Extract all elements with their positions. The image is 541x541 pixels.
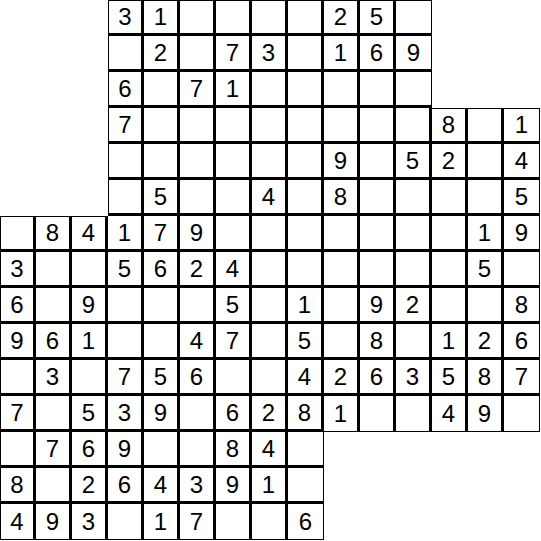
sudoku-cell-empty[interactable] xyxy=(252,72,288,108)
sudoku-cell-given: 1 xyxy=(504,108,540,144)
sudoku-cell-empty[interactable] xyxy=(432,216,468,252)
sudoku-cell-given: 5 xyxy=(468,252,504,288)
sudoku-cell-given: 9 xyxy=(360,288,396,324)
sudoku-cell-empty[interactable] xyxy=(396,324,432,360)
sudoku-cell-empty[interactable] xyxy=(252,504,288,540)
sudoku-cell-empty[interactable] xyxy=(180,180,216,216)
sudoku-cell-empty[interactable] xyxy=(360,108,396,144)
sudoku-cell-given: 9 xyxy=(180,216,216,252)
sudoku-cell-given: 6 xyxy=(72,432,108,468)
sudoku-cell-given: 6 xyxy=(504,324,540,360)
sudoku-cell-given: 9 xyxy=(36,504,72,540)
sudoku-cell-empty[interactable] xyxy=(396,180,432,216)
sudoku-cell-given: 2 xyxy=(324,360,360,396)
sudoku-cell-empty[interactable] xyxy=(216,216,252,252)
sudoku-cell-given: 1 xyxy=(324,36,360,72)
page: 3125273169671781952454858417919356245695… xyxy=(0,0,541,541)
sudoku-cell-given: 1 xyxy=(468,216,504,252)
sudoku-cell-empty[interactable] xyxy=(360,72,396,108)
sudoku-cell-given: 2 xyxy=(252,396,288,432)
sudoku-cell-given: 4 xyxy=(144,468,180,504)
sudoku-cell-given: 4 xyxy=(0,504,36,540)
sudoku-cell-empty[interactable] xyxy=(360,180,396,216)
sudoku-cell-empty[interactable] xyxy=(324,108,360,144)
sudoku-cell-empty[interactable] xyxy=(180,36,216,72)
sudoku-cell-given: 6 xyxy=(108,72,144,108)
sudoku-cell-given: 8 xyxy=(360,324,396,360)
sudoku-cell-given: 1 xyxy=(144,0,180,36)
sudoku-cell-given: 3 xyxy=(72,504,108,540)
sudoku-cell-given: 2 xyxy=(396,288,432,324)
sudoku-cell-given: 1 xyxy=(72,324,108,360)
sudoku-cell-given: 1 xyxy=(432,324,468,360)
sudoku-cell-empty[interactable] xyxy=(72,252,108,288)
sudoku-cell-given: 2 xyxy=(72,468,108,504)
sudoku-cell-given: 9 xyxy=(216,468,252,504)
sudoku-cell-empty[interactable] xyxy=(252,0,288,36)
sudoku-cell-empty[interactable] xyxy=(108,36,144,72)
sudoku-cell-given: 3 xyxy=(252,36,288,72)
sudoku-cell-given: 1 xyxy=(108,216,144,252)
sudoku-cell-given: 7 xyxy=(108,360,144,396)
sudoku-cell-empty[interactable] xyxy=(108,324,144,360)
sudoku-cell-empty[interactable] xyxy=(36,468,72,504)
sudoku-cell-given: 6 xyxy=(36,324,72,360)
sudoku-cell-given: 8 xyxy=(468,360,504,396)
sudoku-cell-given: 6 xyxy=(360,36,396,72)
sudoku-cell-empty[interactable] xyxy=(360,252,396,288)
sudoku-cell-given: 5 xyxy=(144,360,180,396)
sudoku-cell-given: 7 xyxy=(108,108,144,144)
sudoku-cell-empty[interactable] xyxy=(180,144,216,180)
sudoku-cell-given: 6 xyxy=(216,396,252,432)
sudoku-cell-empty[interactable] xyxy=(108,180,144,216)
sudoku-cell-given: 1 xyxy=(144,504,180,540)
sudoku-cell-empty[interactable] xyxy=(324,324,360,360)
sudoku-cell-given: 8 xyxy=(216,432,252,468)
sudoku-cell-given: 5 xyxy=(396,144,432,180)
sudoku-cell-empty[interactable] xyxy=(108,144,144,180)
sudoku-cell-given: 8 xyxy=(0,468,36,504)
sudoku-cell-empty[interactable] xyxy=(252,216,288,252)
sudoku-cell-empty[interactable] xyxy=(36,288,72,324)
sudoku-cell-empty[interactable] xyxy=(396,0,432,36)
sudoku-cell-empty[interactable] xyxy=(360,396,396,432)
sudoku-cell-given: 4 xyxy=(288,360,324,396)
sudoku-cell-given: 2 xyxy=(324,0,360,36)
sudoku-cell-given: 9 xyxy=(0,324,36,360)
sudoku-cell-empty[interactable] xyxy=(72,360,108,396)
sudoku-board: 3125273169671781952454858417919356245695… xyxy=(0,0,540,540)
sudoku-cell-given: 8 xyxy=(504,288,540,324)
sudoku-cell-empty[interactable] xyxy=(216,504,252,540)
sudoku-cell-given: 8 xyxy=(36,216,72,252)
sudoku-cell-empty[interactable] xyxy=(144,72,180,108)
sudoku-cell-empty[interactable] xyxy=(504,252,540,288)
sudoku-cell-empty[interactable] xyxy=(216,108,252,144)
sudoku-cell-given: 6 xyxy=(144,252,180,288)
sudoku-cell-empty[interactable] xyxy=(144,108,180,144)
sudoku-cell-given: 5 xyxy=(108,252,144,288)
sudoku-cell-given: 2 xyxy=(468,324,504,360)
sudoku-cell-given: 1 xyxy=(252,468,288,504)
sudoku-cell-given: 4 xyxy=(72,216,108,252)
sudoku-cell-empty[interactable] xyxy=(144,144,180,180)
sudoku-cell-empty[interactable] xyxy=(288,72,324,108)
sudoku-cell-empty[interactable] xyxy=(252,324,288,360)
sudoku-cell-given: 6 xyxy=(288,504,324,540)
sudoku-cell-empty[interactable] xyxy=(0,432,36,468)
sudoku-cell-empty[interactable] xyxy=(180,432,216,468)
sudoku-cell-empty[interactable] xyxy=(396,396,432,432)
sudoku-cell-given: 4 xyxy=(504,144,540,180)
sudoku-cell-given: 7 xyxy=(180,504,216,540)
sudoku-cell-given: 7 xyxy=(216,324,252,360)
sudoku-cell-empty[interactable] xyxy=(144,288,180,324)
sudoku-cell-empty[interactable] xyxy=(288,108,324,144)
sudoku-cell-given: 5 xyxy=(504,180,540,216)
sudoku-cell-empty[interactable] xyxy=(180,0,216,36)
sudoku-cell-given: 2 xyxy=(144,36,180,72)
sudoku-cell-given: 4 xyxy=(180,324,216,360)
sudoku-cell-given: 9 xyxy=(72,288,108,324)
sudoku-cell-empty[interactable] xyxy=(288,36,324,72)
sudoku-cell-empty[interactable] xyxy=(252,288,288,324)
sudoku-cell-empty[interactable] xyxy=(216,144,252,180)
sudoku-cell-empty[interactable] xyxy=(324,216,360,252)
sudoku-cell-empty[interactable] xyxy=(468,108,504,144)
sudoku-cell-empty[interactable] xyxy=(216,0,252,36)
sudoku-cell-given: 9 xyxy=(324,144,360,180)
sudoku-cell-empty[interactable] xyxy=(504,396,540,432)
sudoku-cell-empty[interactable] xyxy=(288,180,324,216)
sudoku-cell-empty[interactable] xyxy=(216,360,252,396)
sudoku-cell-given: 7 xyxy=(144,216,180,252)
sudoku-cell-empty[interactable] xyxy=(216,180,252,216)
sudoku-cell-empty[interactable] xyxy=(468,180,504,216)
sudoku-cell-given: 5 xyxy=(72,396,108,432)
sudoku-cell-empty[interactable] xyxy=(252,144,288,180)
sudoku-cell-empty[interactable] xyxy=(0,216,36,252)
sudoku-cell-empty[interactable] xyxy=(252,108,288,144)
sudoku-cell-given: 4 xyxy=(216,252,252,288)
sudoku-cell-empty[interactable] xyxy=(468,288,504,324)
sudoku-cell-empty[interactable] xyxy=(396,216,432,252)
sudoku-cell-empty[interactable] xyxy=(396,108,432,144)
sudoku-cell-empty[interactable] xyxy=(108,504,144,540)
sudoku-cell-empty[interactable] xyxy=(288,0,324,36)
sudoku-cell-empty[interactable] xyxy=(432,288,468,324)
sudoku-cell-empty[interactable] xyxy=(144,432,180,468)
sudoku-cell-given: 1 xyxy=(216,72,252,108)
sudoku-cell-given: 3 xyxy=(36,360,72,396)
sudoku-cell-given: 2 xyxy=(432,144,468,180)
sudoku-cell-empty[interactable] xyxy=(36,396,72,432)
sudoku-cell-given: 2 xyxy=(180,252,216,288)
sudoku-cell-given: 7 xyxy=(0,396,36,432)
sudoku-cell-empty[interactable] xyxy=(324,72,360,108)
sudoku-cell-empty[interactable] xyxy=(252,360,288,396)
sudoku-cell-empty[interactable] xyxy=(360,144,396,180)
sudoku-cell-empty[interactable] xyxy=(288,216,324,252)
sudoku-cell-given: 4 xyxy=(252,180,288,216)
sudoku-cell-empty[interactable] xyxy=(180,396,216,432)
sudoku-cell-given: 9 xyxy=(396,36,432,72)
sudoku-cell-empty[interactable] xyxy=(0,360,36,396)
sudoku-cell-given: 1 xyxy=(324,396,360,432)
sudoku-cell-given: 3 xyxy=(396,360,432,396)
sudoku-cell-given: 9 xyxy=(468,396,504,432)
sudoku-cell-given: 7 xyxy=(180,72,216,108)
sudoku-cell-empty[interactable] xyxy=(432,180,468,216)
sudoku-cell-given: 9 xyxy=(144,396,180,432)
sudoku-cell-given: 3 xyxy=(0,252,36,288)
sudoku-cell-empty[interactable] xyxy=(252,252,288,288)
sudoku-cell-empty[interactable] xyxy=(288,144,324,180)
sudoku-cell-given: 3 xyxy=(108,0,144,36)
sudoku-cell-given: 4 xyxy=(252,432,288,468)
sudoku-cell-given: 7 xyxy=(36,432,72,468)
sudoku-cell-given: 5 xyxy=(432,360,468,396)
sudoku-cell-empty[interactable] xyxy=(396,252,432,288)
sudoku-cell-given: 9 xyxy=(108,432,144,468)
sudoku-cell-given: 1 xyxy=(288,288,324,324)
sudoku-cell-given: 7 xyxy=(216,36,252,72)
sudoku-cell-given: 3 xyxy=(108,396,144,432)
sudoku-cell-given: 8 xyxy=(432,108,468,144)
sudoku-cell-given: 6 xyxy=(360,360,396,396)
sudoku-cell-given: 5 xyxy=(144,180,180,216)
sudoku-cell-empty[interactable] xyxy=(144,324,180,360)
sudoku-cell-empty[interactable] xyxy=(324,252,360,288)
sudoku-cell-empty[interactable] xyxy=(180,108,216,144)
sudoku-cell-given: 8 xyxy=(324,180,360,216)
sudoku-cell-given: 8 xyxy=(288,396,324,432)
sudoku-cell-given: 3 xyxy=(180,468,216,504)
sudoku-cell-empty[interactable] xyxy=(396,72,432,108)
sudoku-cell-empty[interactable] xyxy=(36,252,72,288)
sudoku-cell-empty[interactable] xyxy=(432,252,468,288)
sudoku-cell-empty[interactable] xyxy=(108,288,144,324)
sudoku-cell-empty[interactable] xyxy=(324,288,360,324)
sudoku-cell-given: 6 xyxy=(108,468,144,504)
sudoku-cell-empty[interactable] xyxy=(288,468,324,504)
sudoku-cell-given: 5 xyxy=(216,288,252,324)
sudoku-cell-empty[interactable] xyxy=(288,252,324,288)
sudoku-cell-empty[interactable] xyxy=(360,216,396,252)
sudoku-cell-empty[interactable] xyxy=(288,432,324,468)
sudoku-cell-given: 5 xyxy=(360,0,396,36)
sudoku-cell-given: 5 xyxy=(288,324,324,360)
sudoku-cell-given: 9 xyxy=(504,216,540,252)
sudoku-cell-given: 6 xyxy=(0,288,36,324)
sudoku-cell-given: 4 xyxy=(432,396,468,432)
sudoku-cell-empty[interactable] xyxy=(180,288,216,324)
sudoku-cell-empty[interactable] xyxy=(468,144,504,180)
sudoku-cell-given: 7 xyxy=(504,360,540,396)
sudoku-cell-given: 6 xyxy=(180,360,216,396)
